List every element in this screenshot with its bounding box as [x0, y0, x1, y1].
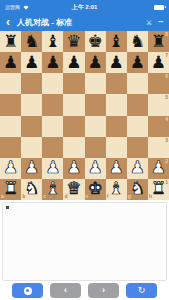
- file-label: g: [128, 194, 131, 199]
- chevron-right-icon: ›: [102, 286, 105, 295]
- white-pawn: ♟: [130, 159, 145, 176]
- rank-label: 6: [165, 74, 168, 79]
- square-c8[interactable]: ♝: [42, 31, 63, 52]
- wifi-icon: [22, 4, 30, 10]
- square-g8[interactable]: ♞: [127, 31, 148, 52]
- square-b2[interactable]: ♟: [21, 158, 42, 179]
- square-g5[interactable]: [127, 94, 148, 115]
- square-g1[interactable]: ♞g: [127, 179, 148, 200]
- white-pawn: ♟: [151, 159, 166, 176]
- square-g6[interactable]: [127, 73, 148, 94]
- square-h6[interactable]: 6: [148, 73, 169, 94]
- white-queen: ♛: [66, 180, 81, 197]
- white-bishop: ♝: [109, 180, 124, 197]
- square-f3[interactable]: [106, 137, 127, 158]
- square-b3[interactable]: [21, 137, 42, 158]
- file-label: c: [43, 194, 46, 199]
- chess-board: ♜♞♝♛♚♝♞♜8♟♟♟♟♟♟♟♟76543♟♟♟♟♟♟♟♟2♜a♞b♝c♛d♚…: [0, 31, 169, 200]
- white-pawn: ♟: [45, 159, 60, 176]
- square-h3[interactable]: 3: [148, 137, 169, 158]
- black-pawn: ♟: [151, 54, 166, 71]
- rank-label: 3: [165, 138, 168, 143]
- carrier-label: 运营商: [5, 4, 20, 10]
- page-title: 人机对战 - 标准: [17, 17, 72, 28]
- white-rook: ♜: [151, 180, 166, 197]
- square-h4[interactable]: 4: [148, 116, 169, 137]
- chevron-left-icon: ‹: [64, 286, 67, 295]
- square-f6[interactable]: [106, 73, 127, 94]
- black-knight: ♞: [130, 33, 145, 50]
- square-f1[interactable]: ♝f: [106, 179, 127, 200]
- file-label: d: [64, 194, 67, 199]
- rank-label: 4: [165, 117, 168, 122]
- square-b5[interactable]: [21, 94, 42, 115]
- black-bishop: ♝: [109, 33, 124, 50]
- square-h2[interactable]: ♟2: [148, 158, 169, 179]
- square-a6[interactable]: [0, 73, 21, 94]
- square-d4[interactable]: [63, 116, 84, 137]
- nav-actions: ⚔ ···: [146, 19, 163, 26]
- white-pawn: ♟: [24, 159, 39, 176]
- white-king: ♚: [87, 180, 102, 197]
- white-pawn: ♟: [87, 159, 102, 176]
- square-h5[interactable]: 5: [148, 94, 169, 115]
- back-button[interactable]: ‹: [6, 16, 10, 28]
- square-d8[interactable]: ♛: [63, 31, 84, 52]
- square-b6[interactable]: [21, 73, 42, 94]
- black-queen: ♛: [66, 33, 81, 50]
- square-g4[interactable]: [127, 116, 148, 137]
- refresh-icon: ↻: [138, 286, 146, 295]
- black-pawn: ♟: [87, 54, 102, 71]
- black-pawn: ♟: [24, 54, 39, 71]
- rank-label: 1: [165, 180, 168, 185]
- undo-button[interactable]: ‹: [50, 283, 81, 298]
- square-b1[interactable]: ♞b: [21, 179, 42, 200]
- rank-label: 2: [165, 159, 168, 164]
- square-c2[interactable]: ♟: [42, 158, 63, 179]
- battle-icon[interactable]: ⚔: [146, 19, 152, 26]
- black-pawn: ♟: [109, 54, 124, 71]
- white-knight: ♞: [24, 180, 39, 197]
- hint-button[interactable]: [12, 283, 43, 298]
- rank-label: 8: [165, 32, 168, 37]
- white-pawn: ♟: [109, 159, 124, 176]
- square-e4[interactable]: [85, 116, 106, 137]
- square-f4[interactable]: [106, 116, 127, 137]
- square-d3[interactable]: [63, 137, 84, 158]
- white-bishop: ♝: [45, 180, 60, 197]
- square-c7[interactable]: ♟: [42, 52, 63, 73]
- square-a7[interactable]: ♟: [0, 52, 21, 73]
- square-f8[interactable]: ♝: [106, 31, 127, 52]
- square-c4[interactable]: [42, 116, 63, 137]
- file-label: h: [149, 194, 152, 199]
- black-pawn: ♟: [66, 54, 81, 71]
- square-d6[interactable]: [63, 73, 84, 94]
- square-c3[interactable]: [42, 137, 63, 158]
- square-f2[interactable]: ♟: [106, 158, 127, 179]
- battery-icon: [154, 5, 164, 10]
- bottom-toolbar: ‹›↻: [0, 283, 169, 298]
- file-label: b: [22, 194, 25, 199]
- square-h1[interactable]: ♜1h: [148, 179, 169, 200]
- file-label: a: [1, 194, 4, 199]
- nav-bar: ‹ 人机对战 - 标准 ⚔ ···: [0, 14, 169, 31]
- rank-label: 7: [165, 53, 168, 58]
- square-a1[interactable]: ♜a: [0, 179, 21, 200]
- black-rook: ♜: [3, 33, 18, 50]
- move-list-panel: [2, 202, 167, 281]
- move-list-cursor: [6, 206, 9, 209]
- square-c6[interactable]: [42, 73, 63, 94]
- square-c5[interactable]: [42, 94, 63, 115]
- square-d5[interactable]: [63, 94, 84, 115]
- square-c1[interactable]: ♝c: [42, 179, 63, 200]
- square-d2[interactable]: ♟: [63, 158, 84, 179]
- square-e5[interactable]: [85, 94, 106, 115]
- square-f7[interactable]: ♟: [106, 52, 127, 73]
- square-d7[interactable]: ♟: [63, 52, 84, 73]
- chess-app: 运营商 上午 2:01 ‹ 人机对战 - 标准 ⚔ ··· ♜♞♝♛♚♝♞♜8♟…: [0, 0, 169, 300]
- square-a4[interactable]: [0, 116, 21, 137]
- white-rook: ♜: [3, 180, 18, 197]
- file-label: f: [107, 194, 109, 199]
- square-h7[interactable]: ♟7: [148, 52, 169, 73]
- black-pawn: ♟: [45, 54, 60, 71]
- black-pawn: ♟: [3, 54, 18, 71]
- square-a2[interactable]: ♟: [0, 158, 21, 179]
- black-bishop: ♝: [45, 33, 60, 50]
- square-a8[interactable]: ♜: [0, 31, 21, 52]
- black-knight: ♞: [24, 33, 39, 50]
- restart-button[interactable]: ↻: [126, 283, 157, 298]
- white-knight: ♞: [130, 180, 145, 197]
- square-d1[interactable]: ♛d: [63, 179, 84, 200]
- square-g2[interactable]: ♟: [127, 158, 148, 179]
- square-b7[interactable]: ♟: [21, 52, 42, 73]
- status-bar: 运营商 上午 2:01: [0, 0, 169, 14]
- black-rook: ♜: [151, 33, 166, 50]
- status-left: 运营商: [5, 4, 30, 10]
- black-king: ♚: [87, 33, 102, 50]
- square-f5[interactable]: [106, 94, 127, 115]
- white-pawn: ♟: [66, 159, 81, 176]
- black-pawn: ♟: [130, 54, 145, 71]
- square-b4[interactable]: [21, 116, 42, 137]
- rank-label: 5: [165, 95, 168, 100]
- square-g7[interactable]: ♟: [127, 52, 148, 73]
- square-e7[interactable]: ♟: [85, 52, 106, 73]
- square-a5[interactable]: [0, 94, 21, 115]
- square-e8[interactable]: ♚: [85, 31, 106, 52]
- redo-button[interactable]: ›: [88, 283, 119, 298]
- more-button[interactable]: ···: [158, 18, 163, 26]
- square-e6[interactable]: [85, 73, 106, 94]
- square-g3[interactable]: [127, 137, 148, 158]
- square-a3[interactable]: [0, 137, 21, 158]
- square-e1[interactable]: ♚e: [85, 179, 106, 200]
- white-pawn: ♟: [3, 159, 18, 176]
- file-label: e: [86, 194, 89, 199]
- square-b8[interactable]: ♞: [21, 31, 42, 52]
- square-e2[interactable]: ♟: [85, 158, 106, 179]
- square-h8[interactable]: ♜8: [148, 31, 169, 52]
- square-e3[interactable]: [85, 137, 106, 158]
- target-icon: [24, 287, 32, 295]
